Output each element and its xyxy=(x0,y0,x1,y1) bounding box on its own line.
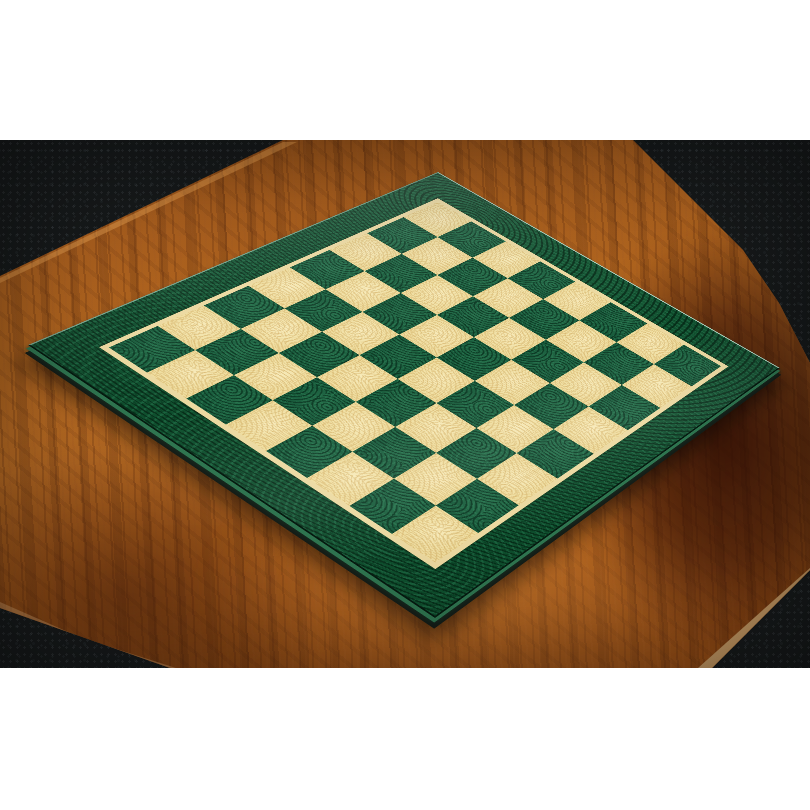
screenshot-stage xyxy=(0,0,810,810)
letterbox-top xyxy=(0,0,810,140)
letterbox-bottom xyxy=(0,668,810,810)
photo-scene xyxy=(0,140,810,668)
